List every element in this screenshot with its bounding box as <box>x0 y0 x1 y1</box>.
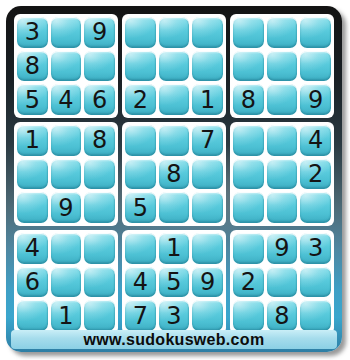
cell-r4c7[interactable] <box>233 125 264 156</box>
cell-r2c8[interactable] <box>267 51 298 82</box>
sudoku-widget: 398546 21 89 189 785 42 461 145973 9328 … <box>0 0 350 360</box>
cell-r1c8[interactable] <box>267 17 298 48</box>
cell-r4c1[interactable]: 1 <box>17 125 48 156</box>
cell-r4c8[interactable] <box>267 125 298 156</box>
sudoku-block-3: 89 <box>230 14 334 118</box>
cell-r2c1[interactable]: 8 <box>17 51 48 82</box>
cell-r8c5[interactable]: 5 <box>159 267 190 298</box>
cell-r5c5[interactable]: 8 <box>159 159 190 190</box>
cell-r9c4[interactable]: 7 <box>125 300 156 331</box>
cell-r9c8[interactable]: 8 <box>267 300 298 331</box>
cell-r9c9[interactable] <box>300 300 331 331</box>
footer-bar: www.sudokusweb.com <box>11 330 337 349</box>
sudoku-block-9: 9328 <box>230 230 334 334</box>
cell-r5c8[interactable] <box>267 159 298 190</box>
cell-r8c8[interactable] <box>267 267 298 298</box>
sudoku-block-4: 189 <box>14 122 118 226</box>
cell-r3c4[interactable]: 2 <box>125 84 156 115</box>
cell-r8c1[interactable]: 6 <box>17 267 48 298</box>
cell-r1c6[interactable] <box>192 17 223 48</box>
cell-r1c5[interactable] <box>159 17 190 48</box>
cell-r6c6[interactable] <box>192 192 223 223</box>
cell-r2c5[interactable] <box>159 51 190 82</box>
cell-r3c9[interactable]: 9 <box>300 84 331 115</box>
cell-r6c3[interactable] <box>84 192 115 223</box>
cell-r9c3[interactable] <box>84 300 115 331</box>
cell-r5c9[interactable]: 2 <box>300 159 331 190</box>
cell-r9c1[interactable] <box>17 300 48 331</box>
cell-r1c2[interactable] <box>51 17 82 48</box>
cell-r4c6[interactable]: 7 <box>192 125 223 156</box>
cell-r6c5[interactable] <box>159 192 190 223</box>
cell-r6c1[interactable] <box>17 192 48 223</box>
cell-r2c6[interactable] <box>192 51 223 82</box>
cell-r1c1[interactable]: 3 <box>17 17 48 48</box>
cell-r3c1[interactable]: 5 <box>17 84 48 115</box>
sudoku-block-6: 42 <box>230 122 334 226</box>
cell-r8c6[interactable]: 9 <box>192 267 223 298</box>
cell-r3c7[interactable]: 8 <box>233 84 264 115</box>
cell-r4c9[interactable]: 4 <box>300 125 331 156</box>
cell-r7c7[interactable] <box>233 233 264 264</box>
cell-r9c2[interactable]: 1 <box>51 300 82 331</box>
cell-r3c6[interactable]: 1 <box>192 84 223 115</box>
cell-r4c3[interactable]: 8 <box>84 125 115 156</box>
cell-r9c7[interactable] <box>233 300 264 331</box>
cell-r9c6[interactable] <box>192 300 223 331</box>
cell-r8c7[interactable]: 2 <box>233 267 264 298</box>
cell-r5c3[interactable] <box>84 159 115 190</box>
cell-r5c6[interactable] <box>192 159 223 190</box>
cell-r1c9[interactable] <box>300 17 331 48</box>
cell-r3c2[interactable]: 4 <box>51 84 82 115</box>
cell-r2c3[interactable] <box>84 51 115 82</box>
cell-r5c1[interactable] <box>17 159 48 190</box>
cell-r3c5[interactable] <box>159 84 190 115</box>
cell-r7c6[interactable] <box>192 233 223 264</box>
cell-r5c4[interactable] <box>125 159 156 190</box>
cell-r9c5[interactable]: 3 <box>159 300 190 331</box>
sudoku-block-7: 461 <box>14 230 118 334</box>
cell-r7c1[interactable]: 4 <box>17 233 48 264</box>
cell-r6c9[interactable] <box>300 192 331 223</box>
sudoku-board: 398546 21 89 189 785 42 461 145973 9328 <box>14 14 334 334</box>
cell-r7c8[interactable]: 9 <box>267 233 298 264</box>
cell-r6c2[interactable]: 9 <box>51 192 82 223</box>
cell-r6c7[interactable] <box>233 192 264 223</box>
cell-r8c3[interactable] <box>84 267 115 298</box>
site-link[interactable]: www.sudokusweb.com <box>84 331 265 349</box>
cell-r2c7[interactable] <box>233 51 264 82</box>
cell-r1c7[interactable] <box>233 17 264 48</box>
cell-r4c5[interactable] <box>159 125 190 156</box>
cell-r2c9[interactable] <box>300 51 331 82</box>
cell-r8c4[interactable]: 4 <box>125 267 156 298</box>
board-card: 398546 21 89 189 785 42 461 145973 9328 … <box>6 6 342 352</box>
cell-r8c9[interactable] <box>300 267 331 298</box>
cell-r4c2[interactable] <box>51 125 82 156</box>
cell-r6c4[interactable]: 5 <box>125 192 156 223</box>
cell-r2c4[interactable] <box>125 51 156 82</box>
cell-r7c9[interactable]: 3 <box>300 233 331 264</box>
cell-r7c4[interactable] <box>125 233 156 264</box>
cell-r4c4[interactable] <box>125 125 156 156</box>
cell-r5c2[interactable] <box>51 159 82 190</box>
cell-r3c8[interactable] <box>267 84 298 115</box>
cell-r7c2[interactable] <box>51 233 82 264</box>
cell-r5c7[interactable] <box>233 159 264 190</box>
cell-r6c8[interactable] <box>267 192 298 223</box>
cell-r7c3[interactable] <box>84 233 115 264</box>
sudoku-block-2: 21 <box>122 14 226 118</box>
cell-r2c2[interactable] <box>51 51 82 82</box>
cell-r3c3[interactable]: 6 <box>84 84 115 115</box>
cell-r1c4[interactable] <box>125 17 156 48</box>
cell-r8c2[interactable] <box>51 267 82 298</box>
cell-r7c5[interactable]: 1 <box>159 233 190 264</box>
cell-r1c3[interactable]: 9 <box>84 17 115 48</box>
sudoku-block-1: 398546 <box>14 14 118 118</box>
sudoku-block-5: 785 <box>122 122 226 226</box>
sudoku-block-8: 145973 <box>122 230 226 334</box>
